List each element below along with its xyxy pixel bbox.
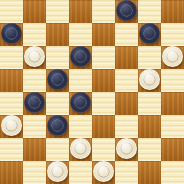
square-g1[interactable] <box>138 161 161 184</box>
black-man-d6[interactable] <box>70 46 91 67</box>
square-e1[interactable] <box>92 161 115 184</box>
square-c2 <box>46 138 69 161</box>
square-a1[interactable] <box>0 161 23 184</box>
black-man-a7[interactable] <box>1 23 22 44</box>
square-c1[interactable] <box>46 161 69 184</box>
square-d3 <box>69 115 92 138</box>
square-d4[interactable] <box>69 92 92 115</box>
black-man-d4[interactable] <box>70 92 91 113</box>
white-man-f2[interactable] <box>116 138 137 159</box>
square-h1 <box>161 161 184 184</box>
square-d2[interactable] <box>69 138 92 161</box>
checkers-board <box>0 0 184 184</box>
square-f8[interactable] <box>115 0 138 23</box>
square-f6[interactable] <box>115 46 138 69</box>
square-h2[interactable] <box>161 138 184 161</box>
white-man-d2[interactable] <box>70 138 91 159</box>
square-c3[interactable] <box>46 115 69 138</box>
square-f5 <box>115 69 138 92</box>
square-a3[interactable] <box>0 115 23 138</box>
square-c7[interactable] <box>46 23 69 46</box>
black-man-g7[interactable] <box>139 23 160 44</box>
square-a8 <box>0 0 23 23</box>
square-f7 <box>115 23 138 46</box>
square-h4[interactable] <box>161 92 184 115</box>
square-d5 <box>69 69 92 92</box>
black-man-c3[interactable] <box>47 115 68 136</box>
square-h7 <box>161 23 184 46</box>
white-man-a3[interactable] <box>1 115 22 136</box>
square-h6[interactable] <box>161 46 184 69</box>
square-e7[interactable] <box>92 23 115 46</box>
square-g3[interactable] <box>138 115 161 138</box>
square-h5 <box>161 69 184 92</box>
square-d8[interactable] <box>69 0 92 23</box>
square-b7 <box>23 23 46 46</box>
square-g8 <box>138 0 161 23</box>
square-c6 <box>46 46 69 69</box>
square-f1 <box>115 161 138 184</box>
square-d6[interactable] <box>69 46 92 69</box>
square-h8[interactable] <box>161 0 184 23</box>
square-f3 <box>115 115 138 138</box>
square-g6 <box>138 46 161 69</box>
white-man-g5[interactable] <box>139 69 160 90</box>
square-b5 <box>23 69 46 92</box>
square-g5[interactable] <box>138 69 161 92</box>
white-man-c1[interactable] <box>47 161 68 182</box>
square-b2[interactable] <box>23 138 46 161</box>
white-man-b6[interactable] <box>24 46 45 67</box>
black-man-f8[interactable] <box>116 0 137 21</box>
white-man-e1[interactable] <box>93 161 114 182</box>
square-b8[interactable] <box>23 0 46 23</box>
square-a7[interactable] <box>0 23 23 46</box>
square-f4[interactable] <box>115 92 138 115</box>
square-g4 <box>138 92 161 115</box>
square-g2 <box>138 138 161 161</box>
square-b6[interactable] <box>23 46 46 69</box>
square-c5[interactable] <box>46 69 69 92</box>
square-e2 <box>92 138 115 161</box>
square-c8 <box>46 0 69 23</box>
square-e4 <box>92 92 115 115</box>
black-man-c5[interactable] <box>47 69 68 90</box>
square-e8 <box>92 0 115 23</box>
square-a5[interactable] <box>0 69 23 92</box>
square-b3 <box>23 115 46 138</box>
square-a2 <box>0 138 23 161</box>
square-g7[interactable] <box>138 23 161 46</box>
square-a4 <box>0 92 23 115</box>
square-b1 <box>23 161 46 184</box>
white-man-h6[interactable] <box>162 46 183 67</box>
black-man-b4[interactable] <box>24 92 45 113</box>
square-h3 <box>161 115 184 138</box>
square-b4[interactable] <box>23 92 46 115</box>
square-e5[interactable] <box>92 69 115 92</box>
square-a6 <box>0 46 23 69</box>
square-c4 <box>46 92 69 115</box>
square-e6 <box>92 46 115 69</box>
square-d1 <box>69 161 92 184</box>
square-d7 <box>69 23 92 46</box>
square-e3[interactable] <box>92 115 115 138</box>
square-f2[interactable] <box>115 138 138 161</box>
